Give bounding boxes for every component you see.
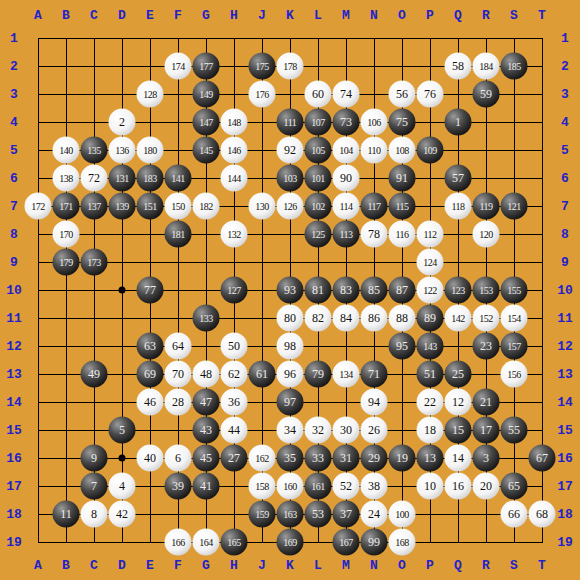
coordinate-label: A	[34, 559, 42, 572]
coordinate-label: 8	[10, 228, 18, 241]
coordinate-label: 13	[6, 368, 22, 381]
stone-O7-move-115[interactable]: 115	[389, 193, 416, 220]
stone-L4-move-107[interactable]: 107	[305, 109, 332, 136]
stone-H4-move-148[interactable]: 148	[221, 109, 248, 136]
stone-M16-move-31[interactable]: 31	[333, 445, 360, 472]
stone-D5-move-136[interactable]: 136	[109, 137, 136, 164]
coordinate-label: B	[62, 559, 70, 572]
stone-K12-move-98[interactable]: 98	[277, 333, 304, 360]
coordinate-label: 16	[557, 452, 573, 465]
stone-G19-move-164[interactable]: 164	[193, 529, 220, 556]
stone-K19-move-169[interactable]: 169	[277, 529, 304, 556]
coordinate-label: Q	[454, 9, 462, 22]
stone-M18-move-37[interactable]: 37	[333, 501, 360, 528]
coordinate-label: 5	[10, 144, 18, 157]
coordinate-label: F	[174, 9, 182, 22]
coordinate-label: 18	[6, 508, 22, 521]
coordinate-label: H	[230, 9, 238, 22]
stone-H19-move-165[interactable]: 165	[221, 529, 248, 556]
stone-C17-move-7[interactable]: 7	[81, 473, 108, 500]
coordinate-label: 7	[10, 200, 18, 213]
stone-P10-move-122[interactable]: 122	[417, 277, 444, 304]
stone-J16-move-162[interactable]: 162	[249, 445, 276, 472]
stone-R2-move-184[interactable]: 184	[473, 53, 500, 80]
stone-R3-move-59[interactable]: 59	[473, 81, 500, 108]
stone-F12-move-64[interactable]: 64	[165, 333, 192, 360]
stone-P5-move-109[interactable]: 109	[417, 137, 444, 164]
stone-F17-move-39[interactable]: 39	[165, 473, 192, 500]
stone-L16-move-33[interactable]: 33	[305, 445, 332, 472]
stone-G15-move-43[interactable]: 43	[193, 417, 220, 444]
stone-L17-move-161[interactable]: 161	[305, 473, 332, 500]
coordinate-label: 7	[561, 200, 569, 213]
stone-N8-move-78[interactable]: 78	[361, 221, 388, 248]
stone-G16-move-45[interactable]: 45	[193, 445, 220, 472]
stone-N7-move-117[interactable]: 117	[361, 193, 388, 220]
coordinate-label: B	[62, 9, 70, 22]
stone-F13-move-70[interactable]: 70	[165, 361, 192, 388]
stone-M17-move-52[interactable]: 52	[333, 473, 360, 500]
coordinate-label: H	[230, 559, 238, 572]
stone-P3-move-76[interactable]: 76	[417, 81, 444, 108]
coordinate-label: 17	[6, 480, 22, 493]
stone-B8-move-170[interactable]: 170	[53, 221, 80, 248]
stone-P13-move-51[interactable]: 51	[417, 361, 444, 388]
stone-S12-move-157[interactable]: 157	[501, 333, 528, 360]
coordinate-label: 9	[561, 256, 569, 269]
stone-L11-move-82[interactable]: 82	[305, 305, 332, 332]
coordinate-label: K	[286, 9, 294, 22]
stone-M5-move-104[interactable]: 104	[333, 137, 360, 164]
coordinate-label: 1	[10, 32, 18, 45]
stone-L3-move-60[interactable]: 60	[305, 81, 332, 108]
coordinate-label: 15	[6, 424, 22, 437]
stone-R11-move-152[interactable]: 152	[473, 305, 500, 332]
stone-K10-move-93[interactable]: 93	[277, 277, 304, 304]
stone-F19-move-166[interactable]: 166	[165, 529, 192, 556]
coordinate-label: 1	[561, 32, 569, 45]
stone-L15-move-32[interactable]: 32	[305, 417, 332, 444]
stone-D15-move-5[interactable]: 5	[109, 417, 136, 444]
stone-O10-move-87[interactable]: 87	[389, 277, 416, 304]
stone-E10-move-77[interactable]: 77	[137, 277, 164, 304]
stone-R8-move-120[interactable]: 120	[473, 221, 500, 248]
stone-O11-move-88[interactable]: 88	[389, 305, 416, 332]
stone-M15-move-30[interactable]: 30	[333, 417, 360, 444]
stone-E6-move-183[interactable]: 183	[137, 165, 164, 192]
coordinate-label: G	[202, 559, 210, 572]
stone-H16-move-27[interactable]: 27	[221, 445, 248, 472]
stone-R14-move-21[interactable]: 21	[473, 389, 500, 416]
stone-P8-move-112[interactable]: 112	[417, 221, 444, 248]
stone-P15-move-18[interactable]: 18	[417, 417, 444, 444]
coordinate-label: 10	[6, 284, 22, 297]
stone-N14-move-94[interactable]: 94	[361, 389, 388, 416]
stone-O19-move-168[interactable]: 168	[389, 529, 416, 556]
stone-F8-move-181[interactable]: 181	[165, 221, 192, 248]
coordinate-label: 2	[10, 60, 18, 73]
stone-S7-move-121[interactable]: 121	[501, 193, 528, 220]
stone-E16-move-40[interactable]: 40	[137, 445, 164, 472]
stone-G7-move-182[interactable]: 182	[193, 193, 220, 220]
stone-K2-move-178[interactable]: 178	[277, 53, 304, 80]
stone-N16-move-29[interactable]: 29	[361, 445, 388, 472]
stone-P14-move-22[interactable]: 22	[417, 389, 444, 416]
stone-Q7-move-118[interactable]: 118	[445, 193, 472, 220]
stone-J3-move-176[interactable]: 176	[249, 81, 276, 108]
stone-G4-move-147[interactable]: 147	[193, 109, 220, 136]
stone-P12-move-143[interactable]: 143	[417, 333, 444, 360]
stone-K7-move-126[interactable]: 126	[277, 193, 304, 220]
coordinate-label: 10	[557, 284, 573, 297]
stone-Q14-move-12[interactable]: 12	[445, 389, 472, 416]
stone-R12-move-23[interactable]: 23	[473, 333, 500, 360]
coordinate-label: 9	[10, 256, 18, 269]
coordinate-label: T	[538, 9, 546, 22]
stone-C6-move-72[interactable]: 72	[81, 165, 108, 192]
stone-M6-move-90[interactable]: 90	[333, 165, 360, 192]
stone-N10-move-85[interactable]: 85	[361, 277, 388, 304]
coordinate-label: N	[370, 559, 378, 572]
stone-M3-move-74[interactable]: 74	[333, 81, 360, 108]
stone-B9-move-179[interactable]: 179	[53, 249, 80, 276]
stone-K4-move-111[interactable]: 111	[277, 109, 304, 136]
stone-G14-move-47[interactable]: 47	[193, 389, 220, 416]
stone-M13-move-134[interactable]: 134	[333, 361, 360, 388]
coordinate-label: 3	[10, 88, 18, 101]
star-point-D16	[119, 455, 126, 462]
coordinate-label: 5	[561, 144, 569, 157]
stone-E14-move-46[interactable]: 46	[137, 389, 164, 416]
coordinate-label: P	[426, 9, 434, 22]
coordinate-label: 14	[6, 396, 22, 409]
stone-F16-move-6[interactable]: 6	[165, 445, 192, 472]
stone-G2-move-177[interactable]: 177	[193, 53, 220, 80]
stone-N5-move-110[interactable]: 110	[361, 137, 388, 164]
coordinate-label: 12	[6, 340, 22, 353]
stone-Q2-move-58[interactable]: 58	[445, 53, 472, 80]
coordinate-label: 4	[10, 116, 18, 129]
stone-K6-move-103[interactable]: 103	[277, 165, 304, 192]
coordinate-label: 17	[557, 480, 573, 493]
stone-M8-move-113[interactable]: 113	[333, 221, 360, 248]
star-point-D10	[119, 287, 126, 294]
stone-P11-move-89[interactable]: 89	[417, 305, 444, 332]
stone-O4-move-75[interactable]: 75	[389, 109, 416, 136]
coordinate-label: L	[314, 559, 322, 572]
stone-R7-move-119[interactable]: 119	[473, 193, 500, 220]
coordinate-label: E	[146, 9, 154, 22]
stone-S10-move-155[interactable]: 155	[501, 277, 528, 304]
stone-H6-move-144[interactable]: 144	[221, 165, 248, 192]
coordinate-label: A	[34, 9, 42, 22]
stone-D7-move-139[interactable]: 139	[109, 193, 136, 220]
stone-M7-move-114[interactable]: 114	[333, 193, 360, 220]
stone-B6-move-138[interactable]: 138	[53, 165, 80, 192]
coordinate-label: T	[538, 559, 546, 572]
stone-C5-move-135[interactable]: 135	[81, 137, 108, 164]
stone-M10-move-83[interactable]: 83	[333, 277, 360, 304]
stone-D17-move-4[interactable]: 4	[109, 473, 136, 500]
stone-L13-move-79[interactable]: 79	[305, 361, 332, 388]
stone-L7-move-102[interactable]: 102	[305, 193, 332, 220]
stone-N19-move-99[interactable]: 99	[361, 529, 388, 556]
stone-M11-move-84[interactable]: 84	[333, 305, 360, 332]
stone-C18-move-8[interactable]: 8	[81, 501, 108, 528]
coordinate-label: 8	[561, 228, 569, 241]
coordinate-label: R	[482, 559, 490, 572]
stone-K14-move-97[interactable]: 97	[277, 389, 304, 416]
stone-L8-move-125[interactable]: 125	[305, 221, 332, 248]
stone-M19-move-167[interactable]: 167	[333, 529, 360, 556]
coordinate-label: J	[258, 559, 266, 572]
stone-S18-move-66[interactable]: 66	[501, 501, 528, 528]
stone-A7-move-172[interactable]: 172	[25, 193, 52, 220]
coordinate-label: 6	[561, 172, 569, 185]
stone-S17-move-65[interactable]: 65	[501, 473, 528, 500]
coordinate-label: D	[118, 559, 126, 572]
stone-H10-move-127[interactable]: 127	[221, 277, 248, 304]
stone-D6-move-131[interactable]: 131	[109, 165, 136, 192]
stone-K18-move-163[interactable]: 163	[277, 501, 304, 528]
stone-Q13-move-25[interactable]: 25	[445, 361, 472, 388]
stone-P16-move-13[interactable]: 13	[417, 445, 444, 472]
stone-E7-move-151[interactable]: 151	[137, 193, 164, 220]
coordinate-label: 15	[557, 424, 573, 437]
stone-R17-move-20[interactable]: 20	[473, 473, 500, 500]
stone-L10-move-81[interactable]: 81	[305, 277, 332, 304]
coordinate-label: 18	[557, 508, 573, 521]
stone-O12-move-95[interactable]: 95	[389, 333, 416, 360]
stone-K11-move-80[interactable]: 80	[277, 305, 304, 332]
stone-N15-move-26[interactable]: 26	[361, 417, 388, 444]
stone-G13-move-48[interactable]: 48	[193, 361, 220, 388]
stone-K5-move-92[interactable]: 92	[277, 137, 304, 164]
coordinate-label: G	[202, 9, 210, 22]
stone-Q6-move-57[interactable]: 57	[445, 165, 472, 192]
stone-Q4-move-1[interactable]: 1	[445, 109, 472, 136]
coordinate-label: S	[510, 9, 518, 22]
stone-D4-move-2[interactable]: 2	[109, 109, 136, 136]
stone-O16-move-19[interactable]: 19	[389, 445, 416, 472]
stone-H5-move-146[interactable]: 146	[221, 137, 248, 164]
stone-K13-move-96[interactable]: 96	[277, 361, 304, 388]
coordinate-label: 12	[557, 340, 573, 353]
stone-H15-move-44[interactable]: 44	[221, 417, 248, 444]
stone-J18-move-159[interactable]: 159	[249, 501, 276, 528]
coordinate-label: C	[90, 9, 98, 22]
stone-P9-move-124[interactable]: 124	[417, 249, 444, 276]
stone-R16-move-3[interactable]: 3	[473, 445, 500, 472]
coordinate-label: 6	[10, 172, 18, 185]
stone-Q10-move-123[interactable]: 123	[445, 277, 472, 304]
go-board-diagram: ABCDEFGHJKLMNOPQRST ABCDEFGHJKLMNOPQRST …	[0, 0, 580, 580]
stone-D18-move-42[interactable]: 42	[109, 501, 136, 528]
coordinate-label: L	[314, 9, 322, 22]
stone-B18-move-11[interactable]: 11	[53, 501, 80, 528]
coordinate-label: 2	[561, 60, 569, 73]
stone-B5-move-140[interactable]: 140	[53, 137, 80, 164]
coordinate-label: F	[174, 559, 182, 572]
stone-R10-move-153[interactable]: 153	[473, 277, 500, 304]
stone-G11-move-133[interactable]: 133	[193, 305, 220, 332]
coordinate-label: D	[118, 9, 126, 22]
stone-Q16-move-14[interactable]: 14	[445, 445, 472, 472]
stone-S15-move-55[interactable]: 55	[501, 417, 528, 444]
stone-E12-move-63[interactable]: 63	[137, 333, 164, 360]
stone-E13-move-69[interactable]: 69	[137, 361, 164, 388]
coordinate-label: E	[146, 559, 154, 572]
coordinate-label: P	[426, 559, 434, 572]
stone-O5-move-108[interactable]: 108	[389, 137, 416, 164]
coordinate-label: 4	[561, 116, 569, 129]
coordinate-label: J	[258, 9, 266, 22]
stone-F6-move-141[interactable]: 141	[165, 165, 192, 192]
stone-G17-move-41[interactable]: 41	[193, 473, 220, 500]
coordinate-label: N	[370, 9, 378, 22]
stone-Q17-move-16[interactable]: 16	[445, 473, 472, 500]
stone-P17-move-10[interactable]: 10	[417, 473, 444, 500]
coordinate-label: 11	[557, 312, 573, 325]
stone-B7-move-171[interactable]: 171	[53, 193, 80, 220]
stone-M4-move-73[interactable]: 73	[333, 109, 360, 136]
stone-N4-move-106[interactable]: 106	[361, 109, 388, 136]
stone-T18-move-68[interactable]: 68	[529, 501, 556, 528]
stone-R15-move-17[interactable]: 17	[473, 417, 500, 444]
coordinate-label: O	[398, 559, 406, 572]
coordinate-label: 19	[557, 536, 573, 549]
stone-J7-move-130[interactable]: 130	[249, 193, 276, 220]
stone-S13-move-156[interactable]: 156	[501, 361, 528, 388]
coordinate-label: 3	[561, 88, 569, 101]
stone-J13-move-61[interactable]: 61	[249, 361, 276, 388]
stone-C13-move-49[interactable]: 49	[81, 361, 108, 388]
stone-T16-move-67[interactable]: 67	[529, 445, 556, 472]
stone-H8-move-132[interactable]: 132	[221, 221, 248, 248]
coordinate-label: S	[510, 559, 518, 572]
stone-N11-move-86[interactable]: 86	[361, 305, 388, 332]
stone-L18-move-53[interactable]: 53	[305, 501, 332, 528]
stone-E3-move-128[interactable]: 128	[137, 81, 164, 108]
stone-G3-move-149[interactable]: 149	[193, 81, 220, 108]
stone-G5-move-145[interactable]: 145	[193, 137, 220, 164]
stone-S2-move-185[interactable]: 185	[501, 53, 528, 80]
coordinate-label: 11	[6, 312, 22, 325]
coordinate-label: M	[342, 559, 350, 572]
coordinate-label: 14	[557, 396, 573, 409]
stone-S11-move-154[interactable]: 154	[501, 305, 528, 332]
stone-L5-move-105[interactable]: 105	[305, 137, 332, 164]
coordinate-label: C	[90, 559, 98, 572]
stone-L6-move-101[interactable]: 101	[305, 165, 332, 192]
stone-O18-move-100[interactable]: 100	[389, 501, 416, 528]
stone-K16-move-35[interactable]: 35	[277, 445, 304, 472]
stone-F14-move-28[interactable]: 28	[165, 389, 192, 416]
coordinate-label: 16	[6, 452, 22, 465]
stone-N13-move-71[interactable]: 71	[361, 361, 388, 388]
stone-C16-move-9[interactable]: 9	[81, 445, 108, 472]
stone-O6-move-91[interactable]: 91	[389, 165, 416, 192]
stone-K17-move-160[interactable]: 160	[277, 473, 304, 500]
stone-Q15-move-15[interactable]: 15	[445, 417, 472, 444]
coordinate-label: R	[482, 9, 490, 22]
coordinate-label: Q	[454, 559, 462, 572]
stone-F2-move-174[interactable]: 174	[165, 53, 192, 80]
stone-N18-move-24[interactable]: 24	[361, 501, 388, 528]
stone-H13-move-62[interactable]: 62	[221, 361, 248, 388]
stone-H12-move-50[interactable]: 50	[221, 333, 248, 360]
stone-J17-move-158[interactable]: 158	[249, 473, 276, 500]
stone-O8-move-116[interactable]: 116	[389, 221, 416, 248]
coordinate-label: O	[398, 9, 406, 22]
coordinate-label: 13	[557, 368, 573, 381]
stone-J2-move-175[interactable]: 175	[249, 53, 276, 80]
coordinate-label: 19	[6, 536, 22, 549]
stone-C7-move-137[interactable]: 137	[81, 193, 108, 220]
stone-O3-move-56[interactable]: 56	[389, 81, 416, 108]
stone-H14-move-36[interactable]: 36	[221, 389, 248, 416]
stone-N17-move-38[interactable]: 38	[361, 473, 388, 500]
coordinate-label: K	[286, 559, 294, 572]
coordinate-label: M	[342, 9, 350, 22]
stone-Q11-move-142[interactable]: 142	[445, 305, 472, 332]
stone-F7-move-150[interactable]: 150	[165, 193, 192, 220]
stone-C9-move-173[interactable]: 173	[81, 249, 108, 276]
stone-K15-move-34[interactable]: 34	[277, 417, 304, 444]
stone-E5-move-180[interactable]: 180	[137, 137, 164, 164]
